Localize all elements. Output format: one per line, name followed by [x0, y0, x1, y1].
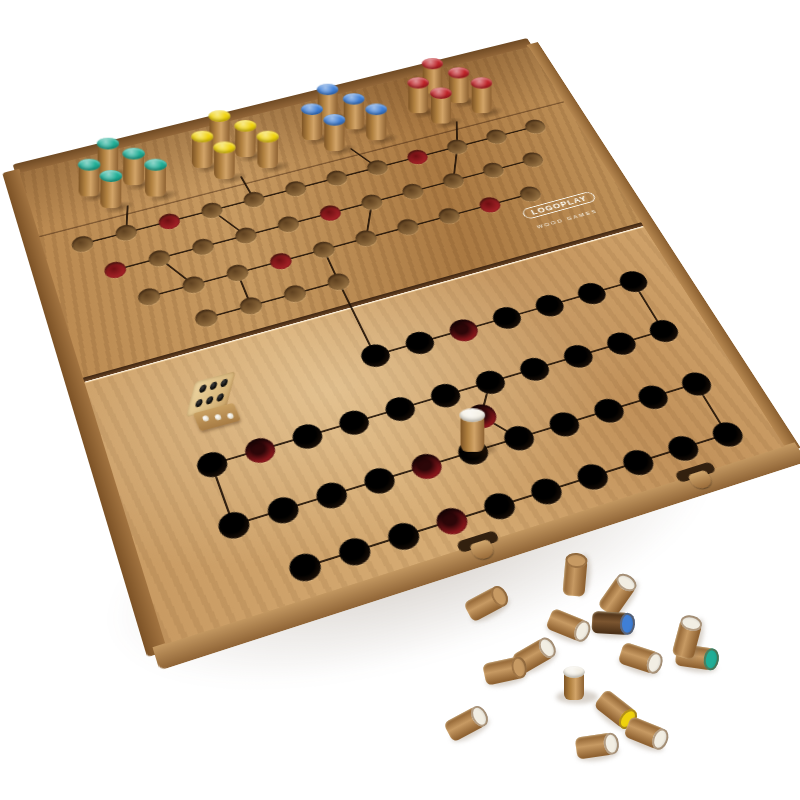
red-peg-top	[407, 77, 429, 88]
loose-peg-plain[interactable]	[482, 656, 524, 685]
blue-peg-top	[365, 104, 387, 116]
die-pip	[205, 395, 214, 405]
blue-peg-top	[323, 114, 345, 126]
green-peg[interactable]	[123, 154, 144, 186]
white-barricade-peg[interactable]	[461, 415, 485, 452]
yellow-peg-top	[234, 120, 256, 132]
red-peg[interactable]	[408, 83, 428, 113]
loose-peg-body	[564, 672, 584, 700]
green-peg-top	[78, 159, 101, 171]
blue-peg[interactable]	[344, 99, 364, 130]
loose-peg-body	[591, 611, 630, 635]
yellow-peg[interactable]	[235, 126, 255, 157]
yellow-peg[interactable]	[192, 137, 213, 168]
red-peg[interactable]	[472, 83, 492, 113]
loose-peg-body	[618, 642, 661, 675]
yellow-peg-top	[213, 142, 236, 154]
loose-peg-white[interactable]	[618, 642, 661, 675]
die-pip	[220, 378, 229, 388]
loose-peg-end	[702, 647, 720, 671]
green-peg-top	[97, 138, 120, 150]
loose-peg-white[interactable]	[556, 678, 594, 700]
yellow-peg[interactable]	[214, 147, 235, 179]
die-pip	[214, 414, 222, 421]
loose-peg-body	[623, 716, 666, 751]
red-peg-top	[471, 77, 493, 88]
loose-peg-end	[649, 726, 671, 752]
die-pip	[209, 381, 218, 391]
yellow-peg-top	[191, 131, 214, 143]
yellow-peg[interactable]	[257, 137, 278, 168]
loose-peg-body	[562, 557, 587, 597]
red-peg-top	[422, 58, 444, 69]
green-peg-top	[99, 170, 122, 182]
yellow-peg-top	[256, 131, 279, 143]
die-pip	[202, 415, 210, 422]
loose-peg-white[interactable]	[575, 732, 616, 759]
red-peg-top	[448, 67, 470, 78]
blue-peg[interactable]	[366, 109, 386, 140]
loose-peg-plain[interactable]	[562, 557, 587, 597]
blue-peg-top	[301, 103, 323, 115]
loose-peg-top	[563, 666, 585, 678]
red-peg-top	[430, 87, 452, 98]
blue-peg[interactable]	[324, 120, 344, 151]
blue-peg-top	[317, 84, 339, 95]
loose-peg-white[interactable]	[623, 716, 666, 751]
blue-peg-top	[343, 93, 365, 104]
yellow-peg-top	[208, 110, 230, 122]
green-peg[interactable]	[100, 176, 121, 208]
die-pip	[216, 393, 225, 403]
red-peg[interactable]	[449, 73, 469, 103]
loose-peg-end	[644, 650, 665, 676]
green-peg[interactable]	[79, 165, 100, 197]
loose-peg-end	[679, 613, 704, 633]
green-peg-top	[144, 159, 167, 171]
green-peg-top	[122, 148, 145, 160]
photo-stage: LOGOPLAY WOOD GAMES	[0, 0, 800, 800]
white-barricade-peg-top	[459, 408, 485, 422]
die-pip	[195, 398, 204, 408]
loose-peg-blue[interactable]	[591, 611, 630, 635]
green-peg[interactable]	[145, 165, 166, 197]
loose-peg-white[interactable]	[443, 705, 487, 742]
red-peg[interactable]	[431, 93, 451, 124]
blue-peg[interactable]	[302, 109, 322, 140]
die-pip	[226, 412, 234, 419]
die-pip	[198, 384, 207, 394]
